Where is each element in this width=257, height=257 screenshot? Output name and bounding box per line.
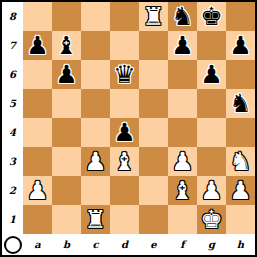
square-h5[interactable]: ♞ bbox=[226, 89, 255, 118]
square-e1[interactable] bbox=[139, 205, 168, 234]
white-pawn-c3[interactable]: ♟ bbox=[84, 147, 106, 176]
square-d4[interactable]: ♟ bbox=[110, 118, 139, 147]
square-c2[interactable] bbox=[81, 176, 110, 205]
square-h7[interactable]: ♟ bbox=[226, 31, 255, 60]
square-g4[interactable] bbox=[197, 118, 226, 147]
white-to-move-indicator bbox=[4, 236, 22, 254]
file-label-h: h bbox=[226, 234, 255, 255]
file-label-f: f bbox=[168, 234, 197, 255]
square-h1[interactable] bbox=[226, 205, 255, 234]
square-g2[interactable]: ♟ bbox=[197, 176, 226, 205]
square-a7[interactable]: ♟ bbox=[23, 31, 52, 60]
square-d7[interactable] bbox=[110, 31, 139, 60]
square-a3[interactable] bbox=[23, 147, 52, 176]
white-knight-h3[interactable]: ♞ bbox=[229, 147, 251, 176]
square-d1[interactable] bbox=[110, 205, 139, 234]
white-pawn-f3[interactable]: ♟ bbox=[171, 147, 193, 176]
white-bishop-f2[interactable]: ♝ bbox=[171, 176, 193, 205]
rank-label-4: 4 bbox=[2, 118, 23, 147]
square-b3[interactable] bbox=[52, 147, 81, 176]
square-h2[interactable]: ♟ bbox=[226, 176, 255, 205]
square-a5[interactable] bbox=[23, 89, 52, 118]
square-f3[interactable]: ♟ bbox=[168, 147, 197, 176]
black-king-g8[interactable]: ♚ bbox=[200, 2, 222, 31]
square-a4[interactable] bbox=[23, 118, 52, 147]
file-label-d: d bbox=[110, 234, 139, 255]
file-label-c: c bbox=[81, 234, 110, 255]
square-g8[interactable]: ♚ bbox=[197, 2, 226, 31]
file-label-a: a bbox=[23, 234, 52, 255]
square-f4[interactable] bbox=[168, 118, 197, 147]
black-queen-d6[interactable]: ♛ bbox=[113, 60, 135, 89]
square-d5[interactable] bbox=[110, 89, 139, 118]
square-e2[interactable] bbox=[139, 176, 168, 205]
square-g5[interactable] bbox=[197, 89, 226, 118]
black-knight-f8[interactable]: ♞ bbox=[171, 2, 193, 31]
rank-label-3: 3 bbox=[2, 147, 23, 176]
file-label-e: e bbox=[139, 234, 168, 255]
square-b8[interactable] bbox=[52, 2, 81, 31]
square-e6[interactable] bbox=[139, 60, 168, 89]
square-d2[interactable] bbox=[110, 176, 139, 205]
black-knight-h5[interactable]: ♞ bbox=[229, 89, 251, 118]
square-g7[interactable] bbox=[197, 31, 226, 60]
black-pawn-a7[interactable]: ♟ bbox=[26, 31, 48, 60]
square-f2[interactable]: ♝ bbox=[168, 176, 197, 205]
chess-board: 8♜♞♚7♟♝♟♟6♟♛♟5♞4♟3♟♝♟♞2♟♝♟♟1♜♚abcdefgh bbox=[0, 0, 257, 257]
square-f7[interactable]: ♟ bbox=[168, 31, 197, 60]
square-b1[interactable] bbox=[52, 205, 81, 234]
white-rook-e8[interactable]: ♜ bbox=[142, 2, 164, 31]
square-e5[interactable] bbox=[139, 89, 168, 118]
square-b7[interactable]: ♝ bbox=[52, 31, 81, 60]
black-pawn-f7[interactable]: ♟ bbox=[171, 31, 193, 60]
square-e3[interactable] bbox=[139, 147, 168, 176]
rank-label-1: 1 bbox=[2, 205, 23, 234]
square-f5[interactable] bbox=[168, 89, 197, 118]
square-f6[interactable] bbox=[168, 60, 197, 89]
rank-label-6: 6 bbox=[2, 60, 23, 89]
white-pawn-g2[interactable]: ♟ bbox=[200, 176, 222, 205]
square-e8[interactable]: ♜ bbox=[139, 2, 168, 31]
square-c3[interactable]: ♟ bbox=[81, 147, 110, 176]
square-g6[interactable]: ♟ bbox=[197, 60, 226, 89]
square-b6[interactable]: ♟ bbox=[52, 60, 81, 89]
white-bishop-d3[interactable]: ♝ bbox=[113, 147, 135, 176]
square-a8[interactable] bbox=[23, 2, 52, 31]
square-d3[interactable]: ♝ bbox=[110, 147, 139, 176]
white-pawn-a2[interactable]: ♟ bbox=[26, 176, 48, 205]
white-pawn-h2[interactable]: ♟ bbox=[229, 176, 251, 205]
file-label-b: b bbox=[52, 234, 81, 255]
square-b2[interactable] bbox=[52, 176, 81, 205]
black-pawn-h7[interactable]: ♟ bbox=[229, 31, 251, 60]
square-h4[interactable] bbox=[226, 118, 255, 147]
rank-label-5: 5 bbox=[2, 89, 23, 118]
square-b5[interactable] bbox=[52, 89, 81, 118]
black-pawn-d4[interactable]: ♟ bbox=[113, 118, 135, 147]
square-f8[interactable]: ♞ bbox=[168, 2, 197, 31]
square-b4[interactable] bbox=[52, 118, 81, 147]
square-d6[interactable]: ♛ bbox=[110, 60, 139, 89]
square-g1[interactable]: ♚ bbox=[197, 205, 226, 234]
square-g3[interactable] bbox=[197, 147, 226, 176]
file-label-g: g bbox=[197, 234, 226, 255]
square-h8[interactable] bbox=[226, 2, 255, 31]
black-pawn-b6[interactable]: ♟ bbox=[55, 60, 77, 89]
square-d8[interactable] bbox=[110, 2, 139, 31]
square-c8[interactable] bbox=[81, 2, 110, 31]
turn-indicator-cell bbox=[2, 234, 23, 255]
square-h6[interactable] bbox=[226, 60, 255, 89]
square-c5[interactable] bbox=[81, 89, 110, 118]
rank-label-7: 7 bbox=[2, 31, 23, 60]
square-a2[interactable]: ♟ bbox=[23, 176, 52, 205]
square-c7[interactable] bbox=[81, 31, 110, 60]
square-c1[interactable]: ♜ bbox=[81, 205, 110, 234]
square-a6[interactable] bbox=[23, 60, 52, 89]
rank-label-8: 8 bbox=[2, 2, 23, 31]
square-c6[interactable] bbox=[81, 60, 110, 89]
square-h3[interactable]: ♞ bbox=[226, 147, 255, 176]
square-c4[interactable] bbox=[81, 118, 110, 147]
square-e7[interactable] bbox=[139, 31, 168, 60]
rank-label-2: 2 bbox=[2, 176, 23, 205]
square-f1[interactable] bbox=[168, 205, 197, 234]
black-pawn-g6[interactable]: ♟ bbox=[200, 60, 222, 89]
black-bishop-b7[interactable]: ♝ bbox=[55, 31, 77, 60]
white-king-g1[interactable]: ♚ bbox=[200, 205, 222, 234]
square-e4[interactable] bbox=[139, 118, 168, 147]
white-rook-c1[interactable]: ♜ bbox=[84, 205, 106, 234]
square-a1[interactable] bbox=[23, 205, 52, 234]
